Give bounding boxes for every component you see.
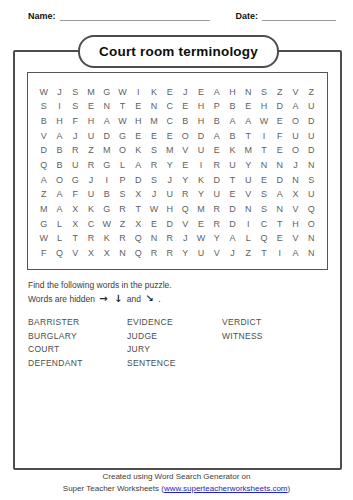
grid-cell-r1c13: H	[225, 85, 241, 100]
grid-cell-r1c10: J	[178, 85, 194, 100]
grid-cell-r1c2: J	[52, 85, 68, 100]
grid-cell-r12c11: U	[193, 246, 209, 261]
grid-cell-r9c5: G	[99, 202, 115, 217]
grid-cell-r3c14: A	[240, 114, 256, 129]
grid-cell-r3c6: W	[115, 114, 131, 129]
grid-cell-r11c3: T	[67, 232, 83, 247]
grid-cell-r12c5: X	[99, 246, 115, 261]
grid-cell-r4c3: J	[67, 129, 83, 144]
grid-cell-r7c7: D	[130, 173, 146, 188]
instructions: Find the following words in the puzzle. …	[28, 279, 172, 306]
grid-cell-r6c11: I	[193, 158, 209, 173]
grid-cell-r4c15: I	[256, 129, 272, 144]
grid-cell-r3c9: C	[162, 114, 178, 129]
grid-cell-r3c2: H	[52, 114, 68, 129]
grid-cell-r11c16: E	[272, 232, 288, 247]
grid-cell-r7c9: J	[162, 173, 178, 188]
grid-cell-r3c1: B	[36, 114, 52, 129]
grid-cell-r3c3: F	[67, 114, 83, 129]
grid-cell-r11c1: W	[36, 232, 52, 247]
grid-cell-r12c18: N	[303, 246, 319, 261]
footer-link[interactable]: www.superteacherworksheets.com	[164, 484, 288, 493]
grid-cell-r4c13: B	[225, 129, 241, 144]
grid-cell-r9c4: K	[83, 202, 99, 217]
footer: Created using Word Search Generator on S…	[0, 471, 353, 495]
word-item: WITNESS	[222, 330, 263, 344]
grid-cell-r10c8: E	[146, 217, 162, 232]
grid-cell-r7c8: S	[146, 173, 162, 188]
grid-cell-r12c1: F	[36, 246, 52, 261]
grid-cell-r4c7: E	[130, 129, 146, 144]
grid-cell-r6c1: Q	[36, 158, 52, 173]
footer-line2-prefix: Super Teacher Worksheets (	[63, 484, 164, 493]
grid-cell-r6c12: R	[209, 158, 225, 173]
grid-cell-r8c17: X	[288, 188, 304, 203]
grid-cell-r3c17: O	[288, 114, 304, 129]
name-date-row: Name: Date:	[28, 10, 338, 21]
grid-cell-r9c14: N	[240, 202, 256, 217]
grid-cell-r3c15: W	[256, 114, 272, 129]
grid-cell-r3c8: M	[146, 114, 162, 129]
grid-cell-r4c14: T	[240, 129, 256, 144]
grid-cell-r2c9: C	[162, 100, 178, 115]
grid-cell-r5c13: K	[225, 144, 241, 159]
grid-cell-r10c6: Z	[115, 217, 131, 232]
grid-cell-r6c14: Y	[240, 158, 256, 173]
grid-cell-r1c1: W	[36, 85, 52, 100]
grid-cell-r12c7: Q	[130, 246, 146, 261]
grid-cell-r3c4: H	[83, 114, 99, 129]
grid-cell-r12c14: Z	[240, 246, 256, 261]
grid-cell-r5c14: M	[240, 144, 256, 159]
grid-cell-r6c18: N	[303, 158, 319, 173]
grid-cell-r7c14: U	[240, 173, 256, 188]
grid-cell-r8c14: V	[240, 188, 256, 203]
grid-cell-r7c5: I	[99, 173, 115, 188]
grid-cell-r8c16: A	[272, 188, 288, 203]
grid-cell-r11c5: K	[99, 232, 115, 247]
grid-cell-r3c18: D	[303, 114, 319, 129]
word-list-column-2: EVIDENCEJUDGEJURYSENTENCE	[127, 316, 222, 370]
grid-cell-r8c9: U	[162, 188, 178, 203]
grid-cell-r8c1: Z	[36, 188, 52, 203]
grid-cell-r8c11: Y	[193, 188, 209, 203]
grid-cell-r4c12: A	[209, 129, 225, 144]
grid-cell-r11c6: R	[115, 232, 131, 247]
grid-cell-r11c12: Y	[209, 232, 225, 247]
grid-cell-r1c18: Z	[303, 85, 319, 100]
grid-cell-r2c6: T	[115, 100, 131, 115]
grid-cell-r1c17: V	[288, 85, 304, 100]
grid-cell-r11c18: N	[303, 232, 319, 247]
grid-cell-r11c2: L	[52, 232, 68, 247]
grid-cell-r2c16: D	[272, 100, 288, 115]
grid-cell-r6c8: R	[146, 158, 162, 173]
grid-cell-r9c10: Q	[178, 202, 194, 217]
grid-cell-r11c14: L	[240, 232, 256, 247]
grid-cell-r4c8: E	[146, 129, 162, 144]
grid-cell-r11c15: Q	[256, 232, 272, 247]
grid-cell-r11c8: N	[146, 232, 162, 247]
grid-cell-r2c15: H	[256, 100, 272, 115]
grid-cell-r7c16: D	[272, 173, 288, 188]
grid-cell-r12c13: J	[225, 246, 241, 261]
grid-cell-r8c7: X	[130, 188, 146, 203]
grid-cell-r12c17: A	[288, 246, 304, 261]
grid-cell-r2c1: S	[36, 100, 52, 115]
grid-cell-r5c10: V	[178, 144, 194, 159]
grid-cell-r1c9: E	[162, 85, 178, 100]
word-item: JUDGE	[127, 330, 222, 344]
grid-cell-r5c9: M	[162, 144, 178, 159]
instructions-line2-and: and	[127, 294, 141, 304]
word-item: BARRISTER	[28, 316, 127, 330]
grid-cell-r5c12: E	[209, 144, 225, 159]
grid-cell-r10c5: W	[99, 217, 115, 232]
date-write-line	[262, 10, 336, 21]
grid-cell-r11c10: J	[178, 232, 194, 247]
grid-cell-r4c4: U	[83, 129, 99, 144]
grid-cell-r8c5: B	[99, 188, 115, 203]
grid-cell-r5c4: Z	[83, 144, 99, 159]
grid-cell-r2c12: P	[209, 100, 225, 115]
grid-cell-r10c13: D	[225, 217, 241, 232]
grid-cell-r4c2: A	[52, 129, 68, 144]
grid-cell-r9c2: A	[52, 202, 68, 217]
grid-cell-r8c18: U	[303, 188, 319, 203]
grid-cell-r7c6: P	[115, 173, 131, 188]
grid-cell-r12c16: I	[272, 246, 288, 261]
word-item: VERDICT	[222, 316, 263, 330]
grid-cell-r7c2: O	[52, 173, 68, 188]
word-item: COURT	[28, 343, 127, 357]
grid-cell-r1c15: S	[256, 85, 272, 100]
grid-cell-r9c18: Q	[303, 202, 319, 217]
grid-cell-r2c11: H	[193, 100, 209, 115]
grid-cell-r4c16: F	[272, 129, 288, 144]
grid-cell-r7c17: N	[288, 173, 304, 188]
grid-cell-r10c2: L	[52, 217, 68, 232]
grid-cell-r2c18: U	[303, 100, 319, 115]
grid-cell-r12c6: N	[115, 246, 131, 261]
grid-cell-r12c4: X	[83, 246, 99, 261]
grid-cell-r11c13: A	[225, 232, 241, 247]
arrow-down-icon: ↓	[112, 293, 124, 304]
grid-cell-r5c5: M	[99, 144, 115, 159]
footer-line1: Created using Word Search Generator on	[0, 471, 353, 483]
grid-cell-r3c16: E	[272, 114, 288, 129]
grid-cell-r4c5: D	[99, 129, 115, 144]
word-item: DEFENDANT	[28, 357, 127, 371]
grid-cell-r7c4: J	[83, 173, 99, 188]
grid-cell-r9c12: R	[209, 202, 225, 217]
grid-cell-r8c3: F	[67, 188, 83, 203]
grid-cell-r1c3: S	[67, 85, 83, 100]
grid-cell-r11c7: Q	[130, 232, 146, 247]
word-search-grid-box: WJSMGWIKEJEAHNSZVZSISENTENCEHPBEHDAUBHFH…	[27, 72, 328, 270]
grid-cell-r9c8: W	[146, 202, 162, 217]
instructions-line2: Words are hidden → ↓ and ↘ .	[28, 292, 172, 306]
date-label: Date:	[236, 11, 259, 21]
grid-cell-r1c11: E	[193, 85, 209, 100]
grid-cell-r5c1: D	[36, 144, 52, 159]
grid-cell-r8c15: S	[256, 188, 272, 203]
grid-cell-r6c17: J	[288, 158, 304, 173]
grid-cell-r7c13: T	[225, 173, 241, 188]
grid-cell-r8c12: U	[209, 188, 225, 203]
grid-cell-r9c11: M	[193, 202, 209, 217]
grid-cell-r1c7: I	[130, 85, 146, 100]
word-list: BARRISTERBURGLARYCOURTDEFENDANTEVIDENCEJ…	[28, 316, 263, 370]
grid-cell-r10c1: G	[36, 217, 52, 232]
grid-cell-r1c14: N	[240, 85, 256, 100]
grid-cell-r9c1: M	[36, 202, 52, 217]
grid-cell-r9c3: X	[67, 202, 83, 217]
grid-cell-r3c5: A	[99, 114, 115, 129]
grid-cell-r6c9: Y	[162, 158, 178, 173]
grid-cell-r8c4: U	[83, 188, 99, 203]
grid-cell-r10c18: O	[303, 217, 319, 232]
grid-cell-r8c6: S	[115, 188, 131, 203]
grid-cell-r1c6: W	[115, 85, 131, 100]
grid-cell-r12c9: R	[162, 246, 178, 261]
grid-cell-r4c10: O	[178, 129, 194, 144]
grid-cell-r7c15: E	[256, 173, 272, 188]
grid-cell-r7c3: G	[67, 173, 83, 188]
grid-cell-r10c7: X	[130, 217, 146, 232]
arrow-diagonal-icon: ↘	[143, 293, 155, 304]
grid-cell-r1c5: G	[99, 85, 115, 100]
grid-cell-r6c10: E	[178, 158, 194, 173]
grid-cell-r2c14: E	[240, 100, 256, 115]
grid-cell-r11c11: W	[193, 232, 209, 247]
grid-cell-r9c7: T	[130, 202, 146, 217]
footer-line2-suffix: )	[288, 484, 291, 493]
grid-cell-r5c8: S	[146, 144, 162, 159]
grid-cell-r7c11: K	[193, 173, 209, 188]
grid-cell-r7c10: Y	[178, 173, 194, 188]
grid-cell-r3c7: H	[130, 114, 146, 129]
grid-cell-r2c2: I	[52, 100, 68, 115]
word-item: BURGLARY	[28, 330, 127, 344]
word-item: EVIDENCE	[127, 316, 222, 330]
grid-cell-r4c17: U	[288, 129, 304, 144]
puzzle-title: Court room terminology	[99, 44, 258, 59]
grid-cell-r12c2: Q	[52, 246, 68, 261]
grid-cell-r12c15: T	[256, 246, 272, 261]
grid-cell-r6c15: N	[256, 158, 272, 173]
grid-cell-r12c3: V	[67, 246, 83, 261]
grid-cell-r6c3: U	[67, 158, 83, 173]
word-list-column-1: BARRISTERBURGLARYCOURTDEFENDANT	[28, 316, 127, 370]
worksheet-page: { "game": "word-search", "title": "Court…	[0, 0, 353, 500]
grid-cell-r2c5: N	[99, 100, 115, 115]
word-grid: WJSMGWIKEJEAHNSZVZSISENTENCEHPBEHDAUBHFH…	[36, 85, 319, 261]
grid-cell-r6c4: R	[83, 158, 99, 173]
grid-cell-r5c2: B	[52, 144, 68, 159]
grid-cell-r1c16: Z	[272, 85, 288, 100]
grid-cell-r11c17: V	[288, 232, 304, 247]
grid-cell-r10c4: C	[83, 217, 99, 232]
grid-cell-r5c17: O	[288, 144, 304, 159]
word-list-column-3: VERDICTWITNESS	[222, 316, 263, 370]
grid-cell-r1c12: A	[209, 85, 225, 100]
grid-cell-r4c9: E	[162, 129, 178, 144]
grid-cell-r5c7: K	[130, 144, 146, 159]
grid-cell-r9c6: R	[115, 202, 131, 217]
grid-cell-r5c11: U	[193, 144, 209, 159]
grid-cell-r9c16: N	[272, 202, 288, 217]
grid-cell-r4c18: U	[303, 129, 319, 144]
grid-cell-r10c17: H	[288, 217, 304, 232]
grid-cell-r4c6: G	[115, 129, 131, 144]
grid-cell-r6c13: U	[225, 158, 241, 173]
grid-cell-r12c10: Y	[178, 246, 194, 261]
footer-line2: Super Teacher Worksheets (www.superteach…	[0, 483, 353, 495]
grid-cell-r2c10: E	[178, 100, 194, 115]
grid-cell-r6c2: B	[52, 158, 68, 173]
grid-cell-r5c18: D	[303, 144, 319, 159]
grid-cell-r8c13: E	[225, 188, 241, 203]
grid-cell-r12c12: V	[209, 246, 225, 261]
grid-cell-r9c13: D	[225, 202, 241, 217]
grid-cell-r3c12: B	[209, 114, 225, 129]
grid-cell-r7c12: D	[209, 173, 225, 188]
grid-cell-r8c10: R	[178, 188, 194, 203]
grid-cell-r5c15: T	[256, 144, 272, 159]
grid-cell-r7c1: A	[36, 173, 52, 188]
grid-cell-r10c10: V	[178, 217, 194, 232]
grid-cell-r10c15: C	[256, 217, 272, 232]
grid-cell-r1c8: K	[146, 85, 162, 100]
name-write-line	[60, 10, 210, 21]
grid-cell-r10c16: T	[272, 217, 288, 232]
grid-cell-r3c10: B	[178, 114, 194, 129]
grid-cell-r2c8: N	[146, 100, 162, 115]
grid-cell-r11c4: R	[83, 232, 99, 247]
grid-cell-r2c4: E	[83, 100, 99, 115]
grid-cell-r4c1: V	[36, 129, 52, 144]
grid-cell-r12c8: R	[146, 246, 162, 261]
grid-cell-r3c13: A	[225, 114, 241, 129]
puzzle-title-pill: Court room terminology	[78, 35, 279, 68]
grid-cell-r9c17: V	[288, 202, 304, 217]
grid-cell-r6c6: L	[115, 158, 131, 173]
grid-cell-r2c13: B	[225, 100, 241, 115]
grid-cell-r5c3: R	[67, 144, 83, 159]
grid-cell-r10c11: E	[193, 217, 209, 232]
grid-cell-r6c16: N	[272, 158, 288, 173]
grid-cell-r5c6: O	[115, 144, 131, 159]
grid-cell-r6c5: G	[99, 158, 115, 173]
grid-cell-r10c14: I	[240, 217, 256, 232]
grid-cell-r1c4: M	[83, 85, 99, 100]
grid-cell-r2c17: A	[288, 100, 304, 115]
grid-cell-r3c11: H	[193, 114, 209, 129]
word-item: JURY	[127, 343, 222, 357]
grid-cell-r5c16: E	[272, 144, 288, 159]
grid-cell-r10c3: X	[67, 217, 83, 232]
instructions-line2-prefix: Words are hidden	[28, 294, 95, 304]
name-label: Name:	[28, 11, 56, 21]
arrow-right-icon: →	[97, 293, 109, 304]
grid-cell-r9c15: S	[256, 202, 272, 217]
instructions-line2-period: .	[158, 294, 160, 304]
grid-cell-r8c2: A	[52, 188, 68, 203]
grid-cell-r7c18: S	[303, 173, 319, 188]
grid-cell-r10c9: D	[162, 217, 178, 232]
word-item: SENTENCE	[127, 357, 222, 371]
instructions-line1: Find the following words in the puzzle.	[28, 279, 172, 292]
grid-cell-r11c9: R	[162, 232, 178, 247]
grid-cell-r2c7: E	[130, 100, 146, 115]
grid-cell-r6c7: A	[130, 158, 146, 173]
grid-cell-r2c3: S	[67, 100, 83, 115]
grid-cell-r9c9: H	[162, 202, 178, 217]
grid-cell-r8c8: J	[146, 188, 162, 203]
grid-cell-r4c11: D	[193, 129, 209, 144]
grid-cell-r10c12: R	[209, 217, 225, 232]
